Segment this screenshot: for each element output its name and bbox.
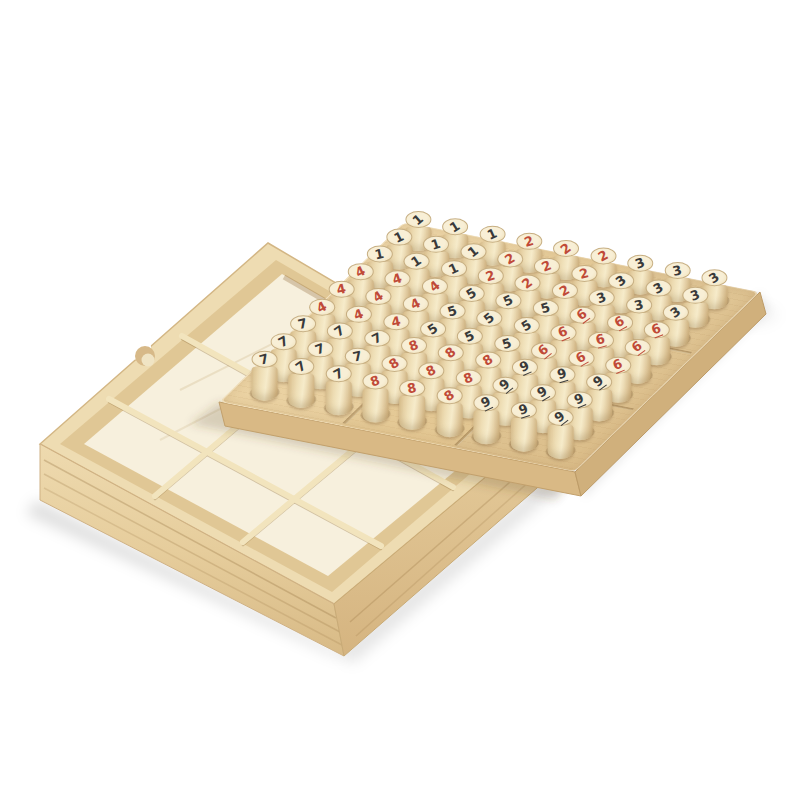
peg-top-face: 5 (457, 327, 483, 344)
peg-top-face: 5 (439, 303, 465, 320)
peg-top-face: 4 (383, 313, 409, 330)
peg-digit: 7 (331, 366, 345, 382)
peg-top-face: 8 (399, 380, 425, 397)
peg-digit: 5 (482, 310, 497, 326)
peg-digit: 3 (595, 290, 608, 305)
peg-digit: 8 (387, 355, 402, 371)
peg-digit: 5 (540, 301, 552, 316)
peg-digit: 4 (353, 306, 366, 321)
peg-digit: 4 (371, 289, 386, 305)
peg-top-face: 5 (420, 320, 446, 337)
peg-top-face: 6 (625, 339, 651, 356)
peg-digit: 9 (535, 384, 550, 401)
peg-digit: 5 (464, 286, 479, 302)
peg-digit: 1 (374, 247, 386, 262)
peg-top-face: 1 (423, 236, 449, 253)
peg-digit: 4 (315, 299, 329, 315)
peg-top-face: 4 (309, 298, 335, 315)
peg-digit: 2 (503, 251, 517, 267)
peg-top-face: 5 (533, 300, 559, 317)
peg-digit: 7 (276, 334, 290, 350)
peg-top-face: 6 (607, 314, 633, 331)
peg-digit: 5 (446, 303, 459, 318)
peg-digit: 9 (591, 374, 607, 391)
peg-cylinder (325, 381, 351, 415)
peg-top-face: 9 (493, 377, 519, 394)
peg-cylinder (288, 374, 314, 408)
peg-digit: 5 (501, 335, 513, 350)
peg-top-face: 9 (511, 401, 537, 418)
peg-digit: 3 (669, 305, 684, 321)
peg-digit: 8 (443, 345, 458, 361)
peg-digit: 1 (447, 261, 461, 277)
peg-digit: 2 (596, 248, 610, 264)
peg-digit: 8 (481, 353, 496, 369)
peg-digit: 3 (634, 255, 647, 270)
peg-digit: 2 (485, 269, 497, 284)
peg-digit: 1 (409, 254, 424, 270)
wooden-sudoku-product-photo: 1112223331112223331112223334445556664445… (0, 0, 800, 800)
peg-top-face: 4 (402, 295, 428, 312)
peg-digit: 8 (407, 381, 419, 396)
peg-top-face: 3 (608, 272, 634, 289)
peg-top-face: 4 (365, 288, 391, 305)
peg-digit: 9 (517, 402, 530, 419)
peg-top-face: 8 (456, 369, 482, 386)
peg-top-face: 5 (494, 335, 520, 352)
peg-top-face: 8 (437, 387, 463, 404)
peg-top-face: 9 (548, 409, 574, 426)
peg-top-face: 9 (474, 394, 500, 411)
peg-digit: 1 (448, 219, 463, 235)
peg-digit: 7 (370, 331, 384, 347)
peg-digit: 7 (258, 351, 270, 366)
peg-cylinder (362, 388, 388, 422)
peg-top-face: 2 (591, 247, 617, 264)
peg-top-face: 6 (605, 356, 631, 373)
peg-top-face: 6 (568, 349, 594, 366)
peg-digit: 8 (425, 363, 439, 379)
peg-top-face: 1 (441, 260, 467, 277)
peg-top-face: 7 (251, 350, 277, 367)
peg-top-face: 9 (530, 384, 556, 401)
peg-top-face: 3 (683, 287, 709, 304)
peg-top-face: 6 (531, 342, 557, 359)
peg-digit: 9 (553, 409, 569, 426)
peg-top-face: 7 (290, 316, 316, 333)
peg-top-face: 8 (382, 355, 408, 372)
peg-digit: 3 (689, 287, 702, 302)
peg-top-face: 4 (346, 305, 372, 322)
peg-top-face: 5 (514, 317, 540, 334)
peg-top-face: 4 (348, 263, 374, 280)
peg-digit: 5 (519, 318, 533, 334)
peg-digit: 6 (612, 314, 627, 331)
peg-digit: 3 (651, 280, 665, 296)
peg-digit: 8 (408, 338, 421, 353)
peg-top-face: 1 (460, 243, 486, 260)
peg-top-face: 1 (479, 225, 505, 242)
peg-digit: 3 (614, 273, 629, 289)
peg-digit: 4 (390, 314, 402, 329)
peg-digit: 4 (335, 282, 347, 297)
peg-digit: 6 (557, 324, 571, 341)
peg-digit: 2 (558, 283, 572, 299)
peg-top-face: 7 (270, 333, 296, 350)
peg-cylinder (548, 425, 574, 459)
peg-digit: 2 (578, 266, 590, 281)
peg-top-face: 7 (308, 340, 334, 357)
peg-top-face: 1 (442, 218, 468, 235)
peg-top-face: 2 (534, 257, 560, 274)
peg-digit: 1 (430, 237, 443, 252)
peg-digit: 1 (411, 212, 426, 228)
peg-digit: 6 (612, 356, 626, 373)
peg-digit: 1 (392, 229, 406, 245)
peg-top-face: 7 (288, 358, 314, 375)
peg-digit: 8 (442, 387, 457, 403)
peg-digit: 6 (536, 342, 552, 359)
peg-cylinder (251, 366, 277, 400)
peg-top-face: 2 (516, 233, 542, 250)
peg-digit: 4 (408, 296, 422, 312)
peg-digit: 3 (672, 263, 684, 278)
peg-digit: 9 (556, 367, 569, 383)
peg-digit: 7 (332, 323, 347, 339)
peg-digit: 4 (354, 264, 368, 280)
peg-digit: 2 (523, 234, 535, 249)
peg-top-face: 7 (345, 348, 371, 365)
peg-top-face: 7 (325, 365, 351, 382)
peg-digit: 6 (630, 339, 646, 356)
peg-digit: 1 (466, 244, 481, 260)
finger-notch (127, 336, 155, 367)
peg-top-face: 1 (405, 211, 431, 228)
peg-digit: 9 (479, 394, 493, 411)
peg-top-face: 1 (386, 228, 412, 245)
peg-digit: 9 (573, 391, 587, 408)
peg-top-face: 3 (665, 262, 691, 279)
peg-cylinder (437, 403, 463, 437)
peg-top-face: 4 (328, 281, 354, 298)
peg-digit: 4 (427, 278, 442, 294)
peg-digit: 7 (352, 349, 364, 364)
peg-top-face: 6 (551, 324, 577, 341)
peg-digit: 2 (559, 241, 574, 257)
peg-digit: 7 (294, 358, 309, 374)
peg-top-face: 2 (571, 265, 597, 282)
peg-top-face: 3 (645, 279, 671, 296)
peg-top-face: 8 (362, 372, 388, 389)
peg-top-face: 4 (422, 278, 448, 295)
peg-digit: 2 (541, 258, 554, 274)
peg-top-face: 7 (364, 330, 390, 347)
peg-digit: 8 (462, 370, 475, 385)
peg-digit: 8 (369, 373, 382, 388)
peg-digit: 5 (502, 293, 516, 309)
peg-digit: 7 (297, 317, 309, 332)
peg-cylinder (399, 396, 425, 430)
peg-digit: 2 (520, 276, 535, 292)
peg-digit: 6 (575, 307, 591, 324)
peg-digit: 7 (314, 341, 327, 356)
peg-digit: 9 (498, 377, 514, 394)
peg-digit: 4 (391, 271, 404, 286)
peg-digit: 3 (633, 298, 645, 313)
peg-digit: 1 (486, 226, 500, 242)
peg-top-face: 6 (588, 332, 614, 349)
peg-digit: 5 (426, 321, 441, 337)
peg-top-face: 2 (497, 250, 523, 267)
peg-cylinder (474, 410, 500, 444)
peg-cylinder (511, 417, 537, 451)
peg-digit: 6 (574, 349, 589, 366)
peg-digit: 9 (518, 359, 532, 376)
peg-digit: 3 (707, 270, 722, 286)
peg-top-face: 5 (459, 285, 485, 302)
peg-digit: 5 (463, 328, 477, 344)
peg-digit: 6 (650, 322, 664, 339)
peg-digit: 6 (594, 332, 606, 348)
peg-top-face: 9 (567, 391, 593, 408)
